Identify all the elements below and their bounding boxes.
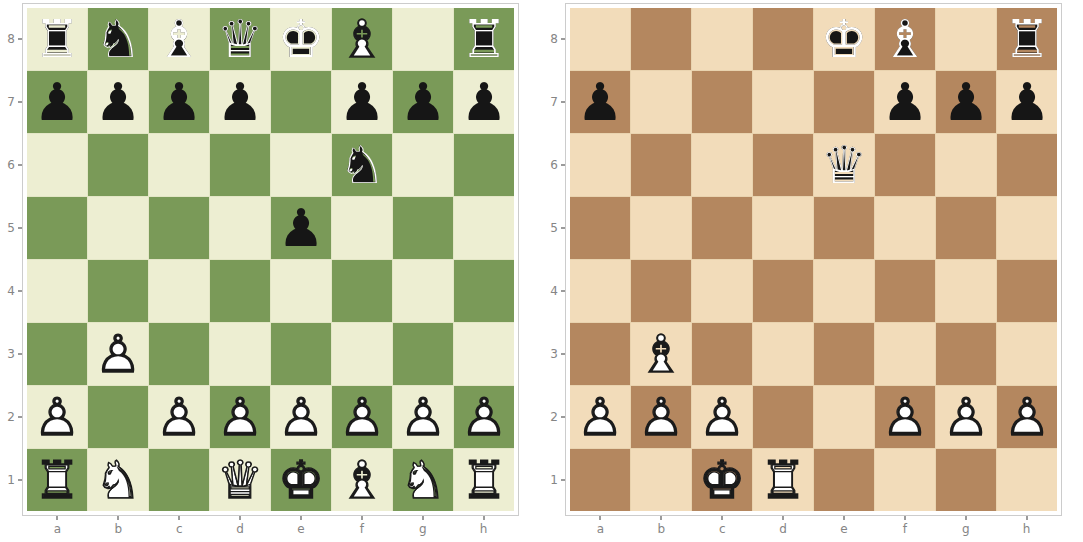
file-tick-icon [965,516,967,520]
square-e1 [814,449,874,511]
square-f3 [875,323,935,385]
piece-white-pawn: ♟♙ [631,386,691,448]
file-label: d [236,523,244,535]
square-g1: ♞♘ [393,449,453,511]
rank-label: 1 [550,474,558,486]
file-label: h [1023,523,1031,535]
square-a8 [570,8,630,70]
square-h4 [454,260,514,322]
square-c1 [149,449,209,511]
piece-glyph-fill: ♟ [454,71,514,133]
rank-cell: 8 [545,8,565,71]
square-h6 [997,134,1057,196]
file-tick-icon [56,516,58,520]
square-e3 [271,323,331,385]
square-c6 [149,134,209,196]
rank-label: 1 [7,474,15,486]
file-axis: abcdefgh [565,516,1062,542]
file-cell: b [88,516,149,542]
piece-glyph-detail: ♙ [936,386,996,448]
rank-label: 2 [7,411,15,423]
square-h8: ♜♖ [997,8,1057,70]
piece-glyph-detail: ♔ [692,449,752,511]
square-b6 [88,134,148,196]
file-cell: f [331,516,392,542]
square-h7: ♟ [454,71,514,133]
square-d3 [210,323,270,385]
square-e3 [814,323,874,385]
square-d2 [753,386,813,448]
file-label: d [779,523,787,535]
square-a6 [27,134,87,196]
piece-white-rook: ♜♖ [454,449,514,511]
piece-glyph-detail: ♗ [149,8,209,70]
square-b3: ♝♗ [631,323,691,385]
square-d8: ♛♕ [210,8,270,70]
file-label: h [480,523,488,535]
square-a6 [570,134,630,196]
square-h4 [997,260,1057,322]
piece-black-pawn: ♟ [997,71,1057,133]
diagram-row: 87654321 ♜♖♞♘♝♗♛♕♚♔♝♗♜♖♟♟♟♟♟♟♟♞♘♟♟♙♟♙♟♙♟… [0,0,1083,542]
piece-white-pawn: ♟♙ [210,386,270,448]
square-d7 [753,71,813,133]
piece-white-knight: ♞♘ [88,449,148,511]
piece-glyph-detail: ♙ [149,386,209,448]
square-a5 [570,197,630,259]
piece-white-pawn: ♟♙ [997,386,1057,448]
file-label: c [176,523,183,535]
file-tick-icon [422,516,424,520]
square-d3 [753,323,813,385]
square-a2: ♟♙ [27,386,87,448]
square-b2 [88,386,148,448]
square-b8: ♞♘ [88,8,148,70]
piece-white-queen: ♛♕ [210,449,270,511]
file-cell: h [996,516,1057,542]
file-cell: e [814,516,875,542]
file-label: c [719,523,726,535]
board-grid: ♜♖♞♘♝♗♛♕♚♔♝♗♜♖♟♟♟♟♟♟♟♞♘♟♟♙♟♙♟♙♟♙♟♙♟♙♟♙♟♙… [27,8,514,511]
piece-black-queen: ♛♕ [814,134,874,196]
piece-glyph-detail: ♖ [27,8,87,70]
square-g4 [393,260,453,322]
square-h2: ♟♙ [454,386,514,448]
file-cell: a [570,516,631,542]
piece-glyph-detail: ♙ [631,386,691,448]
file-tick-icon [300,516,302,520]
axis-corner [2,516,22,542]
square-c8: ♝♗ [149,8,209,70]
square-f7: ♟ [875,71,935,133]
rank-label: 8 [550,33,558,45]
square-f5 [332,197,392,259]
file-tick-icon [117,516,119,520]
axis-corner [545,516,565,542]
file-label: g [962,523,970,535]
square-d5 [210,197,270,259]
piece-white-pawn: ♟♙ [692,386,752,448]
piece-black-pawn: ♟ [88,71,148,133]
square-d6 [210,134,270,196]
piece-glyph-detail: ♙ [454,386,514,448]
piece-white-bishop: ♝♗ [332,8,392,70]
file-label: e [840,523,847,535]
square-e6 [271,134,331,196]
file-label: f [903,523,907,535]
square-b4 [88,260,148,322]
square-a1: ♜♖ [27,449,87,511]
piece-white-pawn: ♟♙ [570,386,630,448]
square-f6: ♞♘ [332,134,392,196]
square-e8: ♚♔ [271,8,331,70]
piece-white-pawn: ♟♙ [149,386,209,448]
piece-glyph-detail: ♗ [332,449,392,511]
square-c1: ♚♔ [692,449,752,511]
piece-glyph-detail: ♙ [570,386,630,448]
square-d4 [210,260,270,322]
piece-glyph-fill: ♟ [210,71,270,133]
rank-label: 3 [7,348,15,360]
square-h5 [454,197,514,259]
file-tick-icon [721,516,723,520]
square-e5: ♟ [271,197,331,259]
rank-label: 5 [550,222,558,234]
rank-label: 4 [7,285,15,297]
piece-black-pawn: ♟ [936,71,996,133]
square-f4 [332,260,392,322]
rank-cell: 7 [2,71,22,134]
square-a2: ♟♙ [570,386,630,448]
piece-glyph-fill: ♟ [27,71,87,133]
piece-white-pawn: ♟♙ [454,386,514,448]
file-cell: g [935,516,996,542]
rank-cell: 4 [545,260,565,323]
file-cell: c [692,516,753,542]
piece-black-king: ♚♔ [814,8,874,70]
square-f6 [875,134,935,196]
square-g6 [936,134,996,196]
square-c7: ♟ [149,71,209,133]
piece-white-pawn: ♟♙ [27,386,87,448]
piece-glyph-detail: ♘ [332,134,392,196]
square-f8: ♝♗ [875,8,935,70]
square-b4 [631,260,691,322]
piece-black-pawn: ♟ [454,71,514,133]
rank-cell: 5 [545,197,565,260]
file-label: f [360,523,364,535]
piece-white-bishop: ♝♗ [631,323,691,385]
square-e5 [814,197,874,259]
square-d8 [753,8,813,70]
piece-glyph-detail: ♘ [88,449,148,511]
rank-cell: 6 [2,134,22,197]
piece-glyph-fill: ♟ [88,71,148,133]
rank-cell: 2 [2,385,22,448]
square-c4 [692,260,752,322]
square-c2: ♟♙ [692,386,752,448]
square-b1: ♞♘ [88,449,148,511]
square-d1: ♛♕ [210,449,270,511]
file-label: a [597,523,604,535]
file-cell: e [271,516,332,542]
square-b6 [631,134,691,196]
piece-black-rook: ♜♖ [454,8,514,70]
piece-black-rook: ♜♖ [27,8,87,70]
piece-glyph-fill: ♟ [997,71,1057,133]
piece-glyph-detail: ♗ [875,8,935,70]
file-cell: d [210,516,271,542]
rank-label: 6 [7,159,15,171]
piece-black-pawn: ♟ [875,71,935,133]
rank-cell: 7 [545,71,565,134]
piece-glyph-detail: ♕ [814,134,874,196]
square-f2: ♟♙ [875,386,935,448]
board-frame: ♚♔♝♗♜♖♟♟♟♟♛♕♝♗♟♙♟♙♟♙♟♙♟♙♟♙♚♔♜♖ [565,3,1062,516]
square-c7 [692,71,752,133]
file-cell: f [874,516,935,542]
piece-glyph-fill: ♟ [271,197,331,259]
square-g3 [393,323,453,385]
file-cell: h [453,516,514,542]
square-f1 [875,449,935,511]
square-c4 [149,260,209,322]
file-tick-icon [904,516,906,520]
square-b5 [631,197,691,259]
square-d7: ♟ [210,71,270,133]
piece-glyph-detail: ♙ [27,386,87,448]
square-g7: ♟ [936,71,996,133]
piece-glyph-detail: ♙ [997,386,1057,448]
piece-glyph-detail: ♗ [631,323,691,385]
square-a4 [570,260,630,322]
rank-cell: 3 [2,322,22,385]
square-f4 [875,260,935,322]
board-frame: ♜♖♞♘♝♗♛♕♚♔♝♗♜♖♟♟♟♟♟♟♟♞♘♟♟♙♟♙♟♙♟♙♟♙♟♙♟♙♟♙… [22,3,519,516]
file-label: a [54,523,61,535]
square-c3 [692,323,752,385]
piece-white-pawn: ♟♙ [88,323,148,385]
rank-label: 2 [550,411,558,423]
file-tick-icon [483,516,485,520]
file-tick-icon [782,516,784,520]
piece-black-knight: ♞♘ [88,8,148,70]
square-c3 [149,323,209,385]
square-f5 [875,197,935,259]
rank-label: 6 [550,159,558,171]
piece-glyph-detail: ♖ [454,449,514,511]
rank-cell: 6 [545,134,565,197]
piece-glyph-fill: ♟ [149,71,209,133]
board-grid: ♚♔♝♗♜♖♟♟♟♟♛♕♝♗♟♙♟♙♟♙♟♙♟♙♟♙♚♔♜♖ [570,8,1057,511]
square-e7 [814,71,874,133]
piece-white-pawn: ♟♙ [271,386,331,448]
rank-label: 7 [7,96,15,108]
square-d6 [753,134,813,196]
square-g6 [393,134,453,196]
square-h1: ♜♖ [454,449,514,511]
square-g7: ♟ [393,71,453,133]
piece-glyph-detail: ♕ [210,449,270,511]
piece-black-rook: ♜♖ [997,8,1057,70]
square-e4 [814,260,874,322]
square-f1: ♝♗ [332,449,392,511]
square-a8: ♜♖ [27,8,87,70]
piece-glyph-detail: ♖ [997,8,1057,70]
square-b8 [631,8,691,70]
square-b1 [631,449,691,511]
piece-glyph-detail: ♙ [692,386,752,448]
rank-label: 8 [7,33,15,45]
square-d4 [753,260,813,322]
piece-glyph-detail: ♙ [393,386,453,448]
square-b2: ♟♙ [631,386,691,448]
piece-glyph-detail: ♘ [88,8,148,70]
square-h3 [997,323,1057,385]
piece-glyph-fill: ♟ [936,71,996,133]
square-g8 [936,8,996,70]
piece-black-pawn: ♟ [570,71,630,133]
square-b7 [631,71,691,133]
file-tick-icon [599,516,601,520]
file-cell: b [631,516,692,542]
square-f7: ♟ [332,71,392,133]
square-f8: ♝♗ [332,8,392,70]
piece-black-knight: ♞♘ [332,134,392,196]
piece-glyph-fill: ♟ [393,71,453,133]
piece-white-pawn: ♟♙ [332,386,392,448]
piece-glyph-detail: ♙ [271,386,331,448]
piece-black-pawn: ♟ [332,71,392,133]
piece-glyph-detail: ♖ [454,8,514,70]
rank-cell: 1 [545,448,565,511]
piece-glyph-detail: ♘ [393,449,453,511]
square-d1: ♜♖ [753,449,813,511]
piece-glyph-detail: ♖ [753,449,813,511]
piece-glyph-detail: ♖ [27,449,87,511]
square-a3 [570,323,630,385]
piece-white-bishop: ♝♗ [332,449,392,511]
square-h8: ♜♖ [454,8,514,70]
rank-axis: 87654321 [545,3,565,516]
file-tick-icon [843,516,845,520]
rank-cell: 2 [545,385,565,448]
square-g5 [936,197,996,259]
piece-white-knight: ♞♘ [393,449,453,511]
square-e6: ♛♕ [814,134,874,196]
square-e8: ♚♔ [814,8,874,70]
piece-white-rook: ♜♖ [27,449,87,511]
square-c8 [692,8,752,70]
piece-glyph-detail: ♔ [814,8,874,70]
piece-black-pawn: ♟ [27,71,87,133]
file-label: g [419,523,427,535]
chessboard-figure-green: 87654321 ♜♖♞♘♝♗♛♕♚♔♝♗♜♖♟♟♟♟♟♟♟♞♘♟♟♙♟♙♟♙♟… [2,3,519,542]
square-g2: ♟♙ [936,386,996,448]
piece-black-pawn: ♟ [271,197,331,259]
square-b3: ♟♙ [88,323,148,385]
piece-glyph-detail: ♙ [88,323,148,385]
square-e7 [271,71,331,133]
rank-cell: 4 [2,260,22,323]
square-d5 [753,197,813,259]
square-b5 [88,197,148,259]
square-a4 [27,260,87,322]
file-tick-icon [660,516,662,520]
square-h6 [454,134,514,196]
piece-white-rook: ♜♖ [753,449,813,511]
rank-cell: 3 [545,322,565,385]
file-label: e [297,523,304,535]
square-a5 [27,197,87,259]
file-axis: abcdefgh [22,516,519,542]
file-cell: g [392,516,453,542]
piece-glyph-detail: ♔ [271,8,331,70]
file-cell: a [27,516,88,542]
file-tick-icon [239,516,241,520]
square-g3 [936,323,996,385]
square-e2: ♟♙ [271,386,331,448]
square-h7: ♟ [997,71,1057,133]
square-c5 [692,197,752,259]
square-a1 [570,449,630,511]
piece-white-king: ♚♔ [271,449,331,511]
rank-label: 7 [550,96,558,108]
file-cell: d [753,516,814,542]
square-d2: ♟♙ [210,386,270,448]
piece-black-queen: ♛♕ [210,8,270,70]
rank-cell: 8 [2,8,22,71]
rank-label: 5 [7,222,15,234]
square-h1 [997,449,1057,511]
square-c2: ♟♙ [149,386,209,448]
square-e4 [271,260,331,322]
file-cell: c [149,516,210,542]
piece-glyph-fill: ♟ [332,71,392,133]
piece-glyph-detail: ♙ [210,386,270,448]
square-b7: ♟ [88,71,148,133]
piece-glyph-detail: ♙ [332,386,392,448]
piece-black-pawn: ♟ [393,71,453,133]
piece-glyph-detail: ♙ [875,386,935,448]
square-h3 [454,323,514,385]
rank-label: 3 [550,348,558,360]
piece-black-pawn: ♟ [149,71,209,133]
file-tick-icon [178,516,180,520]
piece-white-pawn: ♟♙ [875,386,935,448]
square-h5 [997,197,1057,259]
piece-glyph-detail: ♔ [271,449,331,511]
square-a7: ♟ [570,71,630,133]
square-a7: ♟ [27,71,87,133]
piece-black-bishop: ♝♗ [875,8,935,70]
file-label: b [115,523,123,535]
piece-glyph-fill: ♟ [570,71,630,133]
square-g4 [936,260,996,322]
chessboard-figure-brown: 87654321 ♚♔♝♗♜♖♟♟♟♟♛♕♝♗♟♙♟♙♟♙♟♙♟♙♟♙♚♔♜♖ … [545,3,1062,542]
piece-black-pawn: ♟ [210,71,270,133]
square-g1 [936,449,996,511]
square-c6 [692,134,752,196]
piece-white-pawn: ♟♙ [936,386,996,448]
square-g2: ♟♙ [393,386,453,448]
piece-black-king: ♚♔ [271,8,331,70]
rank-cell: 1 [2,448,22,511]
file-tick-icon [361,516,363,520]
piece-white-king: ♚♔ [692,449,752,511]
piece-white-pawn: ♟♙ [393,386,453,448]
rank-cell: 5 [2,197,22,260]
